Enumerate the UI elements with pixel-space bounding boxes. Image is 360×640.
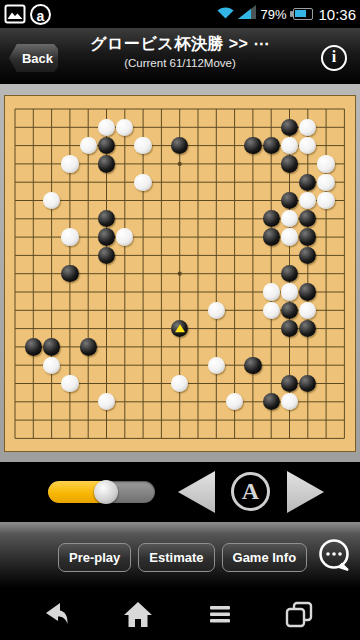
- recent-apps-icon: [283, 616, 315, 633]
- signal-icon: [238, 5, 256, 23]
- navigation-bar: [0, 588, 360, 640]
- white-stone: [134, 137, 151, 154]
- white-stone: [98, 119, 115, 136]
- black-stone: [61, 265, 78, 282]
- title-bar: Back グロービス杯決勝 >> ⋯ (Current 61/112Move) …: [0, 28, 360, 84]
- playback-controls: A: [0, 462, 360, 522]
- black-stone: [263, 228, 280, 245]
- battery-icon: [290, 8, 314, 21]
- white-stone: [281, 283, 298, 300]
- previous-move-button[interactable]: [178, 471, 215, 513]
- slider-thumb[interactable]: [94, 480, 118, 504]
- info-button[interactable]: i: [321, 45, 347, 71]
- next-move-button[interactable]: [287, 471, 324, 513]
- battery-percent-text: 79%: [260, 7, 286, 22]
- black-stone: [43, 338, 60, 355]
- white-stone: [263, 302, 280, 319]
- black-stone: [80, 338, 97, 355]
- action-bar: Pre-play Estimate Game Info: [0, 522, 360, 588]
- white-stone: [317, 155, 334, 172]
- back-button[interactable]: Back: [9, 44, 58, 72]
- phone-screen: a 79% 10:36 Back: [0, 0, 360, 640]
- white-stone: [317, 192, 334, 209]
- info-icon: i: [323, 47, 345, 67]
- wifi-icon: [217, 5, 234, 23]
- nav-back-button[interactable]: [38, 598, 70, 630]
- game-info-button[interactable]: Game Info: [222, 543, 308, 572]
- black-stone: [244, 357, 261, 374]
- white-stone: [134, 174, 151, 191]
- gallery-notification-icon: [4, 3, 26, 25]
- go-board[interactable]: [4, 95, 356, 452]
- nav-home-button[interactable]: [122, 598, 154, 630]
- move-counter: (Current 61/112Move): [60, 57, 300, 69]
- white-stone: [43, 357, 60, 374]
- auto-play-button[interactable]: A: [231, 472, 270, 511]
- white-stone: [263, 283, 280, 300]
- app-notification-icon: a: [30, 4, 51, 25]
- black-stone: [299, 283, 316, 300]
- game-title: グロービス杯決勝 >> ⋯: [60, 34, 300, 55]
- clock-text: 10:36: [318, 6, 356, 23]
- speech-bubble-ellipsis-icon: [315, 563, 355, 578]
- black-stone: [25, 338, 42, 355]
- back-icon: [38, 616, 70, 633]
- chat-bubble-button[interactable]: [315, 537, 355, 578]
- black-stone: [244, 137, 261, 154]
- white-stone: [317, 174, 334, 191]
- white-stone: [61, 228, 78, 245]
- board-area: [0, 84, 360, 462]
- black-stone: [281, 302, 298, 319]
- estimate-button[interactable]: Estimate: [138, 543, 214, 572]
- nav-menu-button[interactable]: [204, 598, 236, 630]
- pre-play-button[interactable]: Pre-play: [58, 543, 131, 572]
- white-stone: [61, 375, 78, 392]
- black-stone: [263, 137, 280, 154]
- white-stone: [208, 357, 225, 374]
- black-stone: [98, 228, 115, 245]
- black-stone: [98, 155, 115, 172]
- white-stone: [281, 228, 298, 245]
- white-stone: [61, 155, 78, 172]
- white-stone: [208, 302, 225, 319]
- nav-recent-apps-button[interactable]: [283, 598, 315, 630]
- home-icon: [122, 616, 154, 633]
- white-stone: [80, 137, 97, 154]
- black-stone: [281, 119, 298, 136]
- move-slider[interactable]: [48, 481, 155, 503]
- status-bar: a 79% 10:36: [0, 0, 360, 28]
- last-move-marker: [175, 324, 185, 332]
- menu-icon: [204, 616, 236, 633]
- black-stone: [281, 155, 298, 172]
